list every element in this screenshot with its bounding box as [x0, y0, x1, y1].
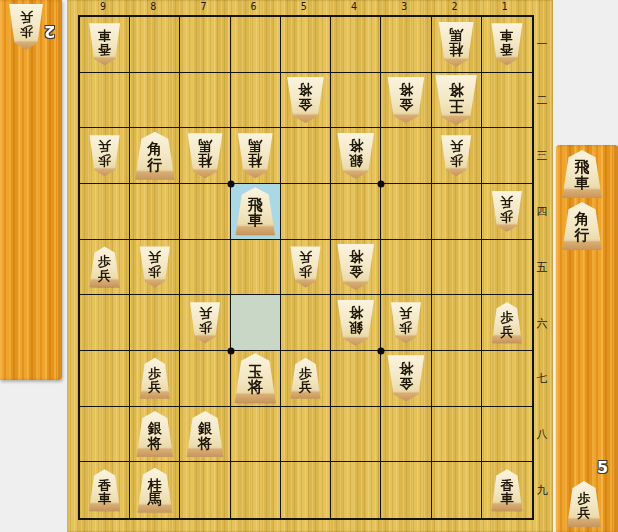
piece-gold-gote[interactable]: 金将	[286, 77, 325, 123]
piece-kanji: 香車	[500, 29, 513, 56]
piece-pawn-gote[interactable]: 歩兵	[289, 246, 321, 287]
piece-lance-gote[interactable]: 香車	[88, 23, 121, 65]
square-8-5[interactable]: 歩兵	[130, 240, 180, 296]
square-4-9[interactable]	[331, 462, 381, 518]
hand-piece-bishop-sente[interactable]: 角行	[561, 202, 603, 250]
piece-gold-gote[interactable]: 金将	[386, 77, 425, 123]
square-5-5[interactable]: 歩兵	[281, 240, 331, 296]
rank-label-1: 一	[532, 37, 552, 52]
square-2-4[interactable]	[432, 184, 482, 240]
piece-knight-sente[interactable]: 桂馬	[136, 468, 173, 513]
rank-label-2: 二	[532, 93, 552, 108]
komadai-gote: 歩兵2	[0, 0, 62, 380]
square-2-3[interactable]: 歩兵	[432, 128, 482, 184]
piece-kanji: 歩兵	[500, 196, 513, 223]
square-5-2[interactable]: 金将	[281, 73, 331, 129]
square-4-4[interactable]	[331, 184, 381, 240]
square-6-7[interactable]: 玉将	[231, 351, 281, 407]
square-3-8[interactable]	[381, 407, 431, 463]
piece-lance-gote[interactable]: 香車	[490, 23, 523, 65]
square-2-9[interactable]	[432, 462, 482, 518]
piece-rook-sente[interactable]: 飛車	[234, 187, 276, 235]
square-4-1[interactable]	[331, 17, 381, 73]
hand-count-gote-pawn: 2	[44, 22, 55, 41]
piece-knight-gote[interactable]: 桂馬	[187, 133, 224, 178]
piece-pawn-sente[interactable]: 歩兵	[566, 481, 602, 527]
piece-pawn-gote[interactable]: 歩兵	[390, 302, 422, 343]
piece-bishop-sente[interactable]: 角行	[134, 132, 176, 180]
square-1-1[interactable]: 香車	[482, 17, 532, 73]
piece-kanji: 銀将	[349, 139, 363, 168]
file-label-9: 9	[78, 1, 128, 14]
piece-kanji: 王将	[449, 82, 464, 113]
square-4-3[interactable]: 銀将	[331, 128, 381, 184]
piece-silver-sente[interactable]: 銀将	[186, 411, 225, 457]
piece-kanji: 桂馬	[148, 478, 162, 507]
square-1-3[interactable]	[482, 128, 532, 184]
rank-label-7: 七	[532, 371, 552, 386]
piece-kanji: 歩兵	[98, 255, 111, 282]
piece-kanji: 歩兵	[578, 492, 591, 519]
komadai-sente: 飛車角行歩兵5	[556, 145, 618, 532]
square-7-3[interactable]: 桂馬	[180, 128, 230, 184]
piece-knight-gote[interactable]: 桂馬	[438, 22, 475, 67]
square-3-7[interactable]: 金将	[381, 351, 431, 407]
piece-kanji: 金将	[298, 83, 312, 112]
shogi-app: 歩兵2 987654321 香車桂馬香車金将金将王将歩兵角行桂馬桂馬銀将歩兵飛車…	[0, 0, 618, 532]
piece-rook-sente[interactable]: 飛車	[561, 150, 603, 198]
square-2-5[interactable]	[432, 240, 482, 296]
piece-kanji: 銀将	[148, 421, 162, 450]
square-7-1[interactable]	[180, 17, 230, 73]
piece-kanji: 歩兵	[399, 307, 412, 334]
hand-count-sente-pawn: 5	[597, 458, 608, 477]
piece-gold-gote[interactable]: 金将	[336, 244, 375, 290]
square-5-7[interactable]: 歩兵	[281, 351, 331, 407]
rank-label-3: 三	[532, 148, 552, 163]
square-3-1[interactable]	[381, 17, 431, 73]
square-3-4[interactable]	[381, 184, 431, 240]
piece-knight-gote[interactable]: 桂馬	[237, 133, 274, 178]
piece-kanji: 桂馬	[248, 139, 262, 168]
square-4-8[interactable]	[331, 407, 381, 463]
piece-pawn-gote[interactable]: 歩兵	[89, 135, 121, 176]
file-label-1: 1	[480, 1, 530, 14]
square-6-3[interactable]: 桂馬	[231, 128, 281, 184]
piece-pawn-sente[interactable]: 歩兵	[89, 246, 121, 287]
piece-pawn-gote[interactable]: 歩兵	[491, 191, 523, 232]
piece-pawn-sente[interactable]: 歩兵	[289, 358, 321, 399]
square-9-9[interactable]: 香車	[80, 462, 130, 518]
square-5-1[interactable]	[281, 17, 331, 73]
piece-kanji: 歩兵	[148, 251, 161, 278]
square-5-4[interactable]	[281, 184, 331, 240]
rank-label-8: 八	[532, 427, 552, 442]
file-label-7: 7	[178, 1, 228, 14]
file-label-3: 3	[379, 1, 429, 14]
square-4-5[interactable]: 金将	[331, 240, 381, 296]
square-6-2[interactable]	[231, 73, 281, 129]
piece-kanji: 角行	[147, 142, 162, 173]
piece-kanji: 歩兵	[450, 140, 463, 167]
piece-king-gote[interactable]: 王将	[434, 75, 478, 125]
square-2-1[interactable]: 桂馬	[432, 17, 482, 73]
square-6-8[interactable]	[231, 407, 281, 463]
piece-pawn-gote[interactable]: 歩兵	[189, 302, 221, 343]
piece-silver-sente[interactable]: 銀将	[135, 411, 174, 457]
piece-kanji: 金将	[399, 362, 413, 391]
square-5-6[interactable]	[281, 295, 331, 351]
piece-pawn-gote[interactable]: 歩兵	[440, 135, 472, 176]
piece-pawn-sente[interactable]: 歩兵	[491, 302, 523, 343]
square-9-4[interactable]	[80, 184, 130, 240]
piece-kanji: 桂馬	[449, 28, 463, 57]
square-7-2[interactable]	[180, 73, 230, 129]
square-7-6[interactable]: 歩兵	[180, 295, 230, 351]
rank-label-5: 五	[532, 260, 552, 275]
piece-kanji: 歩兵	[500, 311, 513, 338]
piece-kanji: 金将	[399, 83, 413, 112]
square-2-2[interactable]: 王将	[432, 73, 482, 129]
piece-kanji: 飛車	[248, 198, 263, 229]
shogi-board: 987654321 香車桂馬香車金将金将王将歩兵角行桂馬桂馬銀将歩兵飛車歩兵歩兵…	[67, 0, 553, 532]
square-8-4[interactable]	[130, 184, 180, 240]
piece-gold-gote[interactable]: 金将	[386, 355, 425, 401]
square-3-5[interactable]	[381, 240, 431, 296]
square-9-2[interactable]	[80, 73, 130, 129]
piece-kanji: 飛車	[575, 160, 590, 191]
square-6-4[interactable]: 飛車	[231, 184, 281, 240]
square-8-7[interactable]: 歩兵	[130, 351, 180, 407]
square-7-7[interactable]	[180, 351, 230, 407]
square-8-3[interactable]: 角行	[130, 128, 180, 184]
piece-pawn-gote[interactable]: 歩兵	[139, 246, 171, 287]
square-3-3[interactable]	[381, 128, 431, 184]
piece-pawn-sente[interactable]: 歩兵	[139, 358, 171, 399]
piece-kanji: 玉将	[248, 365, 263, 396]
square-8-8[interactable]: 銀将	[130, 407, 180, 463]
square-6-6[interactable]	[231, 295, 281, 351]
square-4-7[interactable]	[331, 351, 381, 407]
square-1-7[interactable]	[482, 351, 532, 407]
square-3-2[interactable]: 金将	[381, 73, 431, 129]
piece-silver-gote[interactable]: 銀将	[336, 300, 375, 346]
rank-label-9: 九	[532, 483, 552, 498]
square-7-8[interactable]: 銀将	[180, 407, 230, 463]
square-9-7[interactable]	[80, 351, 130, 407]
square-8-6[interactable]	[130, 295, 180, 351]
square-8-2[interactable]	[130, 73, 180, 129]
piece-kanji: 歩兵	[148, 367, 161, 394]
piece-kanji: 桂馬	[198, 139, 212, 168]
piece-kanji: 歩兵	[20, 11, 33, 38]
square-5-9[interactable]	[281, 462, 331, 518]
piece-lance-sente[interactable]: 香車	[88, 469, 121, 511]
square-5-8[interactable]	[281, 407, 331, 463]
piece-kanji: 香車	[98, 479, 111, 506]
file-label-8: 8	[128, 1, 178, 14]
board-grid: 香車桂馬香車金将金将王将歩兵角行桂馬桂馬銀将歩兵飛車歩兵歩兵歩兵歩兵金将歩兵銀将…	[78, 15, 534, 520]
square-6-5[interactable]	[231, 240, 281, 296]
square-9-5[interactable]: 歩兵	[80, 240, 130, 296]
rank-label-4: 四	[532, 204, 552, 219]
square-9-1[interactable]: 香車	[80, 17, 130, 73]
square-9-6[interactable]	[80, 295, 130, 351]
piece-kanji: 銀将	[349, 306, 363, 335]
square-1-2[interactable]	[482, 73, 532, 129]
square-1-8[interactable]	[482, 407, 532, 463]
piece-pawn-gote[interactable]: 歩兵	[8, 4, 44, 50]
piece-kanji: 歩兵	[299, 367, 312, 394]
piece-kanji: 角行	[575, 212, 590, 243]
square-9-8[interactable]	[80, 407, 130, 463]
rank-label-6: 六	[532, 316, 552, 331]
piece-lance-sente[interactable]: 香車	[490, 469, 523, 511]
file-label-2: 2	[429, 1, 479, 14]
square-1-6[interactable]: 歩兵	[482, 295, 532, 351]
file-label-4: 4	[329, 1, 379, 14]
file-label-5: 5	[279, 1, 329, 14]
square-4-2[interactable]	[331, 73, 381, 129]
square-6-9[interactable]	[231, 462, 281, 518]
piece-silver-gote[interactable]: 銀将	[336, 133, 375, 179]
square-1-4[interactable]: 歩兵	[482, 184, 532, 240]
square-9-3[interactable]: 歩兵	[80, 128, 130, 184]
square-6-1[interactable]	[231, 17, 281, 73]
file-label-6: 6	[229, 1, 279, 14]
hand-piece-pawn-sente[interactable]: 歩兵	[566, 481, 602, 527]
square-2-8[interactable]	[432, 407, 482, 463]
piece-kanji: 歩兵	[299, 251, 312, 278]
square-7-5[interactable]	[180, 240, 230, 296]
piece-kanji: 歩兵	[199, 307, 212, 334]
square-3-9[interactable]	[381, 462, 431, 518]
hand-piece-pawn-gote[interactable]: 歩兵	[8, 4, 44, 50]
square-3-6[interactable]: 歩兵	[381, 295, 431, 351]
square-2-7[interactable]	[432, 351, 482, 407]
piece-bishop-sente[interactable]: 角行	[561, 202, 603, 250]
piece-kanji: 香車	[500, 479, 513, 506]
piece-kanji: 金将	[349, 250, 363, 279]
piece-kanji: 歩兵	[98, 140, 111, 167]
square-7-4[interactable]	[180, 184, 230, 240]
piece-kanji: 香車	[98, 29, 111, 56]
square-1-5[interactable]	[482, 240, 532, 296]
square-4-6[interactable]: 銀将	[331, 295, 381, 351]
hand-piece-rook-sente[interactable]: 飛車	[561, 150, 603, 198]
piece-king-sente[interactable]: 玉将	[233, 353, 277, 403]
piece-kanji: 銀将	[198, 421, 212, 450]
square-7-9[interactable]	[180, 462, 230, 518]
square-8-1[interactable]	[130, 17, 180, 73]
square-1-9[interactable]: 香車	[482, 462, 532, 518]
square-5-3[interactable]	[281, 128, 331, 184]
square-2-6[interactable]	[432, 295, 482, 351]
square-8-9[interactable]: 桂馬	[130, 462, 180, 518]
